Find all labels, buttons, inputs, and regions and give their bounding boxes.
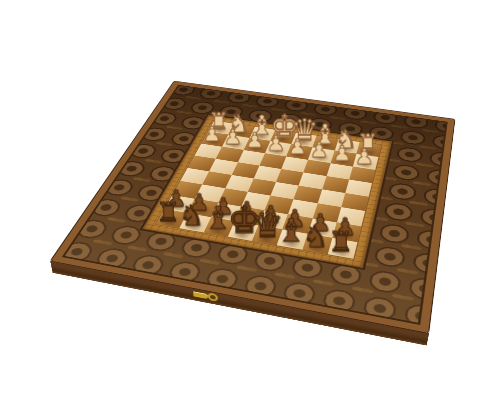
- piece-black-rook[interactable]: ♜: [156, 199, 181, 226]
- piece-black-knight[interactable]: ♞: [302, 222, 328, 251]
- square-a8[interactable]: ♜: [328, 238, 358, 259]
- piece-black-queen[interactable]: ♛: [252, 207, 278, 242]
- piece-black-knight[interactable]: ♞: [179, 202, 204, 230]
- piece-black-bishop[interactable]: ♝: [203, 202, 228, 233]
- piece-black-king[interactable]: ♚: [227, 201, 252, 238]
- piece-black-bishop[interactable]: ♝: [277, 215, 303, 247]
- chess-board: ♜♞♝♚♛♝♞♜♟♟♟♟♟♟♟♟♟♟♟♟♟♟♟♟♜♞♝♚♛♝♞♜: [51, 81, 455, 333]
- product-photo-scene: ♜♞♝♚♛♝♞♜♟♟♟♟♟♟♟♟♟♟♟♟♟♟♟♟♜♞♝♚♛♝♞♜: [0, 0, 500, 400]
- piece-black-rook[interactable]: ♜: [328, 228, 354, 256]
